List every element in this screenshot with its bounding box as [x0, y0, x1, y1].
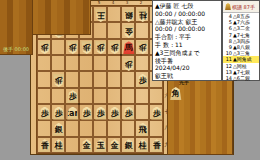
- board-cell[interactable]: 金: [121, 22, 135, 38]
- gote-player: △藤井聡太 叡王: [155, 18, 221, 26]
- board-cell[interactable]: [93, 22, 107, 38]
- shogi-piece: 金: [123, 25, 135, 38]
- game-info-window: ▲伊藤 匠 七段 00:00 / 00:00:00 △藤井聡太 叡王 00:00…: [152, 0, 222, 81]
- board-cell[interactable]: 玉: [93, 137, 107, 153]
- board-cell[interactable]: [37, 55, 51, 71]
- sente-player: ▲伊藤 匠 七段: [155, 2, 221, 10]
- move-number: 14: [223, 75, 233, 81]
- shogi-piece: 銀: [123, 9, 135, 22]
- board-cell[interactable]: 歩: [51, 104, 65, 120]
- board-cell[interactable]: 歩: [93, 104, 107, 120]
- board-cell[interactable]: 香: [37, 137, 51, 153]
- board-cell[interactable]: [107, 55, 121, 71]
- board-cell[interactable]: 歩: [93, 39, 107, 55]
- shogi-piece: 歩: [67, 90, 79, 103]
- move-count-line: 手 数：11: [155, 41, 221, 49]
- shogi-piece: 銀: [123, 139, 135, 152]
- board-cell[interactable]: 銀: [51, 120, 65, 136]
- shogi-piece: 歩: [137, 41, 149, 54]
- shogi-piece: 歩: [151, 107, 163, 120]
- move-text: △6二銀: [233, 75, 250, 81]
- shogi-piece: 銀: [53, 123, 65, 136]
- gote-label: 後手 00:00: [3, 46, 29, 52]
- board-cell[interactable]: [107, 22, 121, 38]
- shogi-piece: 王: [95, 9, 107, 22]
- event-line: 叡王戦: [155, 72, 221, 80]
- board-cell[interactable]: [51, 88, 65, 104]
- board-cell[interactable]: [107, 6, 121, 22]
- shogi-piece: tan: [67, 107, 79, 120]
- shogi-piece: 金: [81, 139, 93, 152]
- shogi-piece: 歩: [95, 41, 107, 54]
- sente-clock: 00:00 / 00:00:00: [155, 10, 221, 18]
- board-cell[interactable]: [107, 88, 121, 104]
- board-cell[interactable]: [37, 120, 51, 136]
- handicap-line: 手合割：平手: [155, 33, 221, 41]
- board-cell[interactable]: [65, 120, 79, 136]
- board-cell[interactable]: 金: [79, 137, 93, 153]
- shogi-piece: 歩: [53, 107, 65, 120]
- board-cell[interactable]: [93, 120, 107, 136]
- board-cell[interactable]: 歩: [65, 39, 79, 55]
- board-cell[interactable]: 王: [93, 6, 107, 22]
- board-cell[interactable]: [107, 120, 121, 136]
- board-cell[interactable]: 歩: [149, 104, 163, 120]
- board-cell[interactable]: 歩: [79, 39, 93, 55]
- shogi-piece: 歩: [39, 41, 51, 54]
- board-cell[interactable]: [51, 39, 65, 55]
- board-cell[interactable]: [107, 71, 121, 87]
- board-cell[interactable]: 金: [107, 137, 121, 153]
- board-cell[interactable]: [93, 71, 107, 87]
- board-cell[interactable]: [149, 120, 163, 136]
- shogi-piece: 歩: [109, 107, 121, 120]
- sente-hand-pieces[interactable]: 角: [170, 87, 182, 100]
- board-cell[interactable]: [121, 88, 135, 104]
- board-cell[interactable]: 歩: [37, 39, 51, 55]
- shogi-piece: 歩: [137, 74, 149, 87]
- board-cell[interactable]: [79, 55, 93, 71]
- star-point: [78, 54, 80, 56]
- board-cell[interactable]: 桂: [51, 137, 65, 153]
- shogi-piece: 歩: [109, 41, 121, 54]
- shogi-piece: 歩: [67, 41, 79, 54]
- board-cell[interactable]: 桂: [135, 137, 149, 153]
- board-cell[interactable]: 歩: [135, 39, 149, 55]
- shogi-piece: 歩: [39, 107, 51, 120]
- star-point: [78, 103, 80, 105]
- last-move-line: ▲3三同角成まで: [155, 49, 221, 57]
- koma-icon: [225, 3, 231, 10]
- board-cell[interactable]: [135, 55, 149, 71]
- shogi-piece: 飛: [137, 123, 149, 136]
- turn-line: 後手番: [155, 57, 221, 65]
- board-cell[interactable]: [135, 88, 149, 104]
- board-cell[interactable]: 歩: [135, 71, 149, 87]
- board-cell[interactable]: tan: [65, 104, 79, 120]
- board-cell[interactable]: [51, 55, 65, 71]
- kifu-move-list[interactable]: 4△8五歩5▲7六歩6△3二金7▲7七角8△3四歩9▲8八銀10△3三角11▲同…: [223, 13, 259, 80]
- board-cell[interactable]: 歩: [51, 71, 65, 87]
- board-cell[interactable]: 歩: [79, 104, 93, 120]
- board-cell[interactable]: 馬: [121, 39, 135, 55]
- board-cell[interactable]: [121, 71, 135, 87]
- gote-clock: 00:00 / 00:00:00: [155, 25, 221, 33]
- board-cell[interactable]: [65, 71, 79, 87]
- kifu-header: 棋譜 87手: [223, 1, 259, 13]
- board-cell[interactable]: [149, 88, 163, 104]
- desktop: 987654321 一二三四五六七八九 香桂銀金王銀桂香飛金歩歩歩歩歩馬歩歩歩歩…: [0, 0, 260, 160]
- board-cell[interactable]: 歩: [107, 104, 121, 120]
- board-cell[interactable]: 銀: [121, 6, 135, 22]
- shogi-piece: 桂: [137, 9, 149, 22]
- board-cell[interactable]: 歩: [121, 55, 135, 71]
- star-point: [120, 103, 122, 105]
- shogi-piece: 歩: [53, 74, 65, 87]
- board-cell[interactable]: [79, 71, 93, 87]
- board-cell[interactable]: [65, 55, 79, 71]
- board-cell[interactable]: 歩: [107, 39, 121, 55]
- shogi-piece: 歩: [95, 107, 107, 120]
- board-cell[interactable]: [37, 88, 51, 104]
- board-cell[interactable]: 桂: [135, 6, 149, 22]
- shogi-piece: 馬: [123, 41, 135, 54]
- date-line: 2024/04/20: [155, 64, 221, 72]
- board-cell[interactable]: 歩: [121, 104, 135, 120]
- shogi-piece: 桂: [137, 139, 149, 152]
- board-cell[interactable]: [93, 88, 107, 104]
- board-cell[interactable]: 香: [149, 137, 163, 153]
- gote-piece-stand-lower: 後手 00:00: [0, 0, 33, 55]
- kifu-title: 棋譜 87手: [232, 4, 255, 10]
- shogi-piece: 歩: [123, 107, 135, 120]
- board-cell[interactable]: [79, 120, 93, 136]
- board-cell[interactable]: 飛: [135, 120, 149, 136]
- shogi-piece: 金: [109, 139, 121, 152]
- board-cell[interactable]: [135, 22, 149, 38]
- board-cell[interactable]: [135, 104, 149, 120]
- shogi-piece: 歩: [81, 41, 93, 54]
- star-point: [120, 54, 122, 56]
- board-cell[interactable]: [37, 71, 51, 87]
- shogi-piece: 歩: [123, 58, 135, 71]
- board-cell[interactable]: [79, 88, 93, 104]
- kifu-row[interactable]: 14△6二銀: [223, 75, 259, 81]
- shogi-piece: 香: [151, 139, 163, 152]
- board-cell[interactable]: 銀: [121, 137, 135, 153]
- shogi-piece: 香: [39, 139, 51, 152]
- board-cell[interactable]: [121, 120, 135, 136]
- shogi-piece: 玉: [95, 139, 107, 152]
- board-cell[interactable]: [93, 55, 107, 71]
- hand-piece: 角: [170, 87, 182, 100]
- shogi-piece: 桂: [53, 139, 65, 152]
- board-cell[interactable]: 歩: [37, 104, 51, 120]
- kifu-window: 棋譜 87手 4△8五歩5▲7六歩6△3二金7▲7七角8△3四歩9▲8八銀10△…: [222, 0, 260, 81]
- board-cell[interactable]: [65, 137, 79, 153]
- shogi-piece: 歩: [81, 107, 93, 120]
- board-cell[interactable]: 歩: [65, 88, 79, 104]
